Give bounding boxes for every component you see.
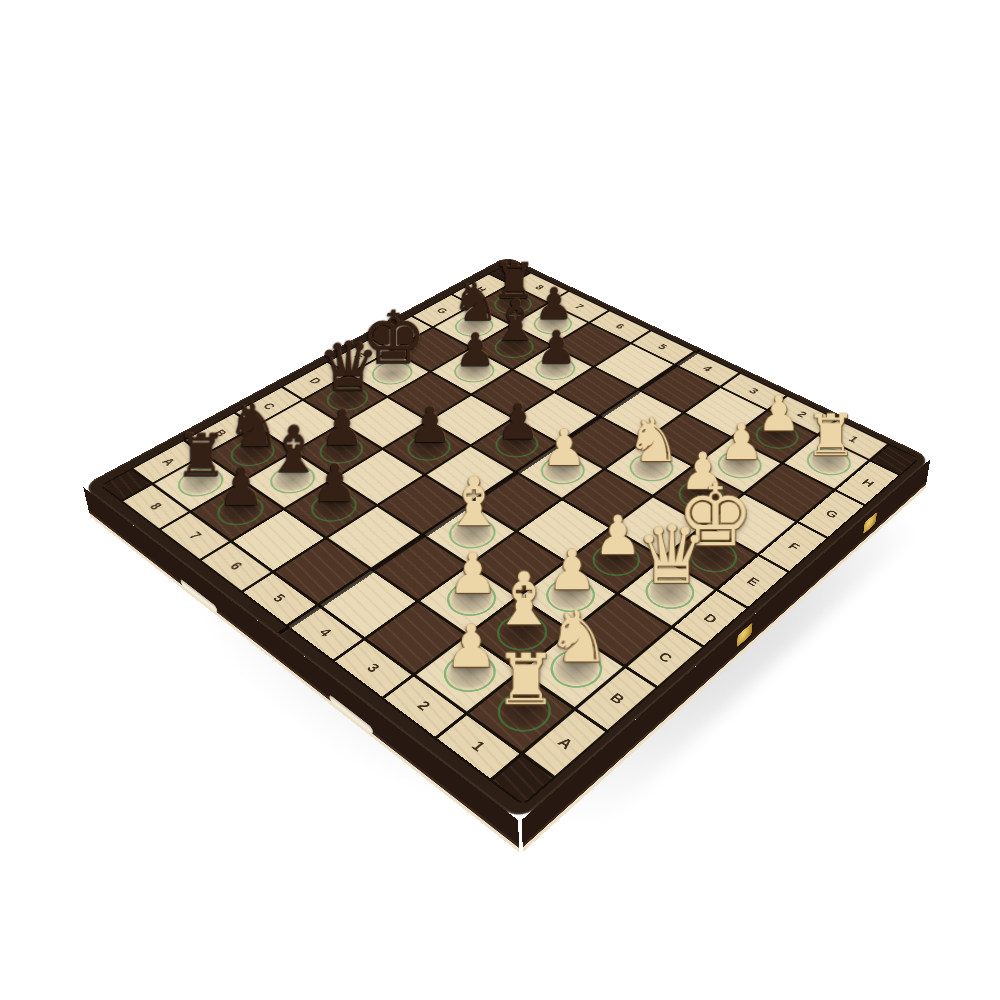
file-label-text: H bbox=[859, 477, 877, 489]
rank-label-text: 5 bbox=[655, 343, 669, 352]
file-label-text: G bbox=[822, 507, 841, 520]
chess-board: ABCDEFGH8♜♞♛♚♞♜87♟♝♟♟♝♟76♟♟♟65♟54♝♟43♟♞3… bbox=[82, 256, 931, 821]
piece-billboard: ♜ bbox=[526, 644, 589, 715]
piece-billboard: ♟ bbox=[564, 423, 609, 473]
piece-billboard: ♜ bbox=[831, 407, 883, 465]
piece-billboard: ♝ bbox=[474, 468, 535, 536]
black-pawn-glyph: ♟ bbox=[496, 398, 540, 447]
brass-latch-icon bbox=[863, 512, 877, 535]
rank-label-text: 1 bbox=[468, 738, 489, 755]
file-label-text: E bbox=[744, 574, 763, 588]
white-rook-glyph: ♜ bbox=[495, 644, 558, 715]
rank-label-text: 4 bbox=[315, 625, 335, 639]
piece-billboard: ♟ bbox=[557, 325, 598, 370]
scene: ABCDEFGH8♜♞♛♚♞♜87♟♝♟♟♝♟76♟♟♟65♟54♝♟43♟♞3… bbox=[0, 0, 1000, 1000]
black-pawn-glyph: ♟ bbox=[218, 461, 264, 513]
page-background: ABCDEFGH8♜♞♛♚♞♜87♟♝♟♟♝♟76♟♟♟65♟54♝♟43♟♞3… bbox=[0, 0, 1000, 1000]
piece-billboard: ♟ bbox=[335, 458, 381, 510]
rank-label-text: 6 bbox=[613, 322, 627, 330]
rank-label-text: 8 bbox=[146, 501, 165, 512]
file-label-text: A bbox=[554, 733, 577, 751]
file-label-text: C bbox=[654, 649, 675, 665]
white-queen-glyph: ♛ bbox=[636, 514, 709, 595]
piece-billboard: ♛ bbox=[349, 332, 410, 400]
rank-label-text: 5 bbox=[269, 592, 289, 605]
piece-billboard: ♟ bbox=[475, 327, 516, 373]
piece-billboard: ♟ bbox=[742, 417, 787, 467]
board-grid: ABCDEFGH8♜♞♛♚♞♜87♟♝♟♟♝♟76♟♟♟65♟54♝♟43♟♞3… bbox=[100, 262, 921, 806]
black-queen-glyph: ♛ bbox=[318, 332, 379, 400]
white-pawn-glyph: ♟ bbox=[446, 617, 499, 676]
black-pawn-glyph: ♟ bbox=[312, 458, 358, 510]
file-label-text: B bbox=[606, 690, 628, 707]
black-pawn-glyph: ♟ bbox=[455, 327, 496, 373]
brass-latch-icon bbox=[737, 622, 753, 648]
black-pawn-glyph: ♟ bbox=[537, 325, 578, 370]
rank-label-text: 4 bbox=[700, 364, 715, 373]
rank-label-text: 6 bbox=[226, 560, 245, 573]
black-pawn-glyph: ♟ bbox=[408, 401, 452, 450]
piece-billboard: ♟ bbox=[241, 461, 287, 513]
white-rook-glyph: ♜ bbox=[805, 407, 857, 465]
rank-label-text: 3 bbox=[363, 661, 383, 676]
white-knight-glyph: ♞ bbox=[626, 409, 681, 470]
rank-label-text: 7 bbox=[185, 530, 204, 542]
square-h1[interactable]: ♜ bbox=[784, 436, 868, 489]
white-pawn-glyph: ♟ bbox=[542, 423, 587, 473]
piece-billboard: ♟ bbox=[430, 401, 474, 450]
white-bishop-glyph: ♝ bbox=[443, 468, 504, 536]
file-label-text: D bbox=[700, 610, 720, 625]
piece-billboard: ♛ bbox=[672, 514, 745, 595]
rank-label-text: 2 bbox=[414, 698, 435, 714]
